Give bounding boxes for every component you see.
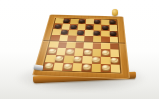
light-piece xyxy=(82,64,90,69)
light-piece xyxy=(63,64,72,69)
light-piece xyxy=(55,56,64,61)
dark-piece xyxy=(94,20,101,24)
light-piece xyxy=(102,50,110,55)
light-piece xyxy=(66,49,74,54)
brass-clasp xyxy=(112,9,118,16)
square-r8c6 xyxy=(91,64,101,72)
checkers-board xyxy=(32,15,130,80)
dark-piece xyxy=(63,19,70,23)
dark-piece xyxy=(77,30,84,34)
light-piece xyxy=(101,65,109,70)
square-r8c5 xyxy=(81,63,91,71)
dark-piece xyxy=(102,25,109,29)
light-piece xyxy=(74,56,82,61)
board-grid xyxy=(43,18,120,72)
square-r8c7 xyxy=(101,64,111,72)
dark-piece xyxy=(94,31,101,35)
square-r8c8 xyxy=(110,64,120,72)
dark-piece xyxy=(70,25,77,29)
light-piece xyxy=(92,57,100,62)
dark-piece xyxy=(61,30,69,34)
light-piece xyxy=(111,57,119,62)
light-piece xyxy=(84,49,92,54)
dark-piece xyxy=(109,20,116,24)
photo-stage xyxy=(0,0,159,99)
dark-piece xyxy=(86,25,93,29)
dark-piece xyxy=(110,31,117,35)
dark-piece xyxy=(79,19,86,23)
